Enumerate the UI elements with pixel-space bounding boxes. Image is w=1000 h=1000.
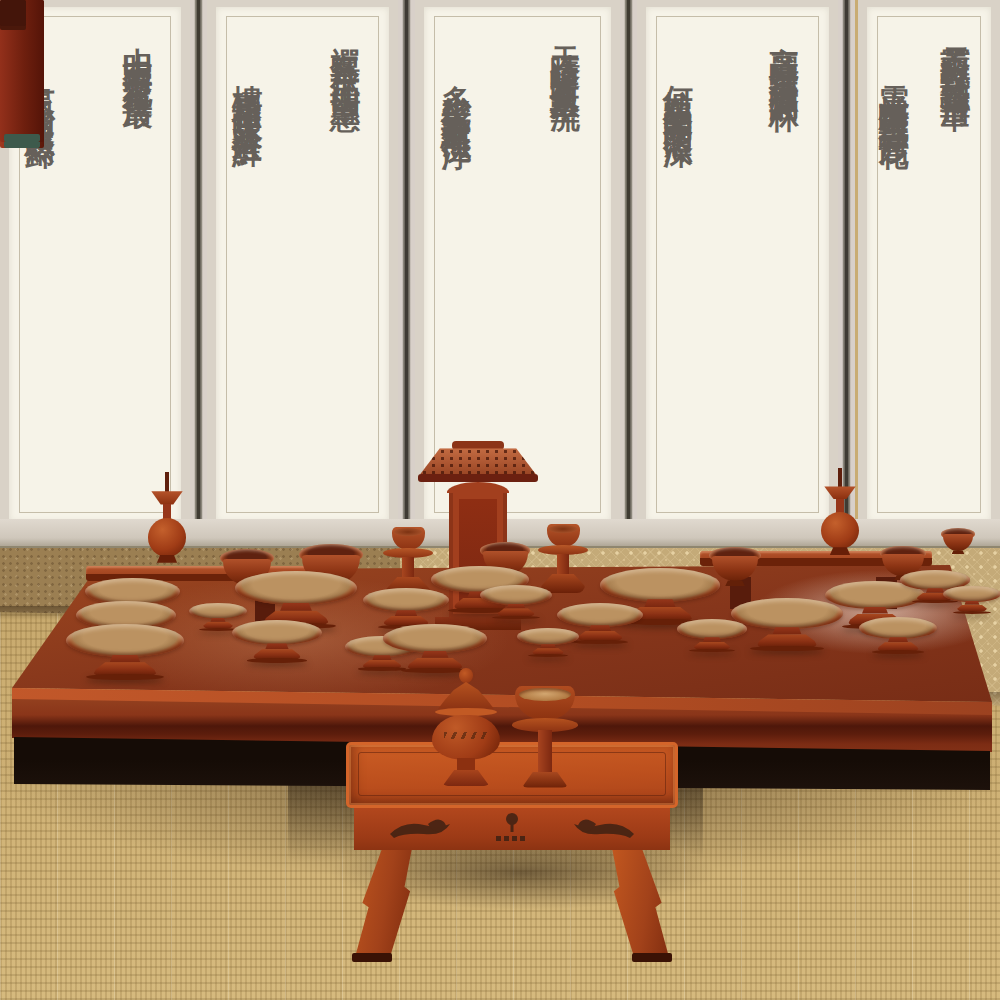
plate-base	[953, 611, 991, 614]
plate-base	[86, 674, 164, 680]
plate-stem	[926, 588, 944, 593]
plate-dish	[731, 598, 843, 629]
ritual-cup-on-stand	[512, 686, 578, 808]
plate	[859, 617, 937, 656]
plate-stem	[421, 651, 448, 658]
vase-foot	[830, 547, 850, 555]
vase-neck	[836, 499, 845, 514]
plate-stem	[888, 637, 908, 642]
candle-cup	[824, 486, 855, 499]
cup-column	[538, 730, 553, 771]
plate-stem	[265, 643, 288, 649]
plate-dish	[235, 571, 357, 605]
plate-base	[872, 650, 923, 654]
jesa-table-scene: 山明宿雨霽花下復清最泉石多少仙趣自悠然歸禪客三秋玉江山四望懸樓臺相掩映天水共澄鮮…	[0, 0, 1000, 1000]
plate-dish	[517, 628, 579, 645]
plate-stem	[862, 607, 888, 614]
plate-dish	[189, 603, 247, 619]
plate-dish	[557, 603, 643, 627]
plate	[517, 628, 579, 659]
burner-lid	[438, 682, 494, 709]
left-gourd-candlestick	[139, 472, 195, 574]
cup-foot	[522, 772, 568, 788]
shrine-eave	[418, 474, 539, 481]
burner-foot	[442, 770, 490, 787]
plate-dish	[232, 620, 322, 645]
vase-neck	[163, 504, 172, 519]
candle-spike	[165, 472, 169, 492]
plate-base	[528, 654, 569, 657]
bowl	[941, 528, 975, 560]
plate	[943, 586, 1000, 615]
plate	[66, 624, 184, 683]
plate-stem	[210, 618, 225, 622]
cup-bowl	[515, 686, 576, 720]
candle-cup	[392, 527, 425, 550]
leg-foot-pad	[4, 134, 40, 142]
plate-dish	[66, 624, 184, 657]
bowl-foot	[952, 550, 965, 554]
bowl-body	[943, 534, 974, 551]
burner-lid-knob	[459, 668, 473, 683]
plate-stem	[772, 627, 801, 634]
shrine-roof-ridge	[452, 441, 503, 450]
burner-stem	[457, 758, 475, 769]
plate-stem	[395, 610, 417, 616]
plate-stem	[507, 604, 526, 609]
plate	[731, 598, 843, 654]
burner-pot	[432, 715, 500, 760]
vase-foot	[157, 555, 177, 563]
plate	[232, 620, 322, 665]
shrine-roof	[420, 448, 536, 474]
plate-dish	[677, 619, 747, 639]
plate-stem	[110, 655, 141, 663]
plate-dish	[480, 585, 552, 605]
stand-column	[557, 554, 569, 573]
candle-spike	[838, 468, 842, 488]
plate-stem	[703, 637, 721, 642]
vase-body	[148, 518, 186, 557]
plate-dish	[943, 586, 1000, 602]
plate-stem	[964, 601, 979, 605]
plate-dish	[859, 617, 937, 639]
plate-base	[750, 646, 824, 652]
table-leg-rear-right	[0, 0, 26, 26]
right-gourd-candlestick	[812, 468, 868, 566]
plate-stem	[540, 644, 556, 648]
bowl-foot	[725, 580, 745, 586]
plate-dish	[383, 624, 487, 653]
plate-dish	[600, 568, 720, 602]
candle-cup	[547, 524, 580, 547]
plate-base	[247, 658, 306, 663]
shrine-crest	[447, 482, 510, 493]
plate-stem	[280, 603, 312, 611]
plate-base	[492, 616, 540, 620]
plate-base	[572, 640, 629, 644]
stand-column	[402, 557, 414, 576]
plate	[677, 619, 747, 654]
plate-stem	[644, 599, 675, 607]
plate	[480, 585, 552, 621]
vase-body	[821, 512, 859, 549]
incense-burner	[432, 668, 500, 808]
candle-cup	[151, 491, 182, 504]
plate-base	[689, 649, 735, 653]
plate-stem	[589, 625, 611, 631]
